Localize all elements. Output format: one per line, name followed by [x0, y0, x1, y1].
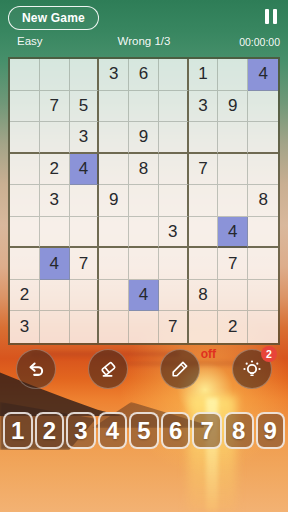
numpad-4[interactable]: 4 [98, 412, 128, 449]
pause-icon[interactable] [265, 9, 277, 24]
cell-r3c4[interactable] [99, 122, 129, 154]
cell-r4c1[interactable] [10, 154, 40, 186]
cell-r3c6[interactable] [159, 122, 189, 154]
cell-r5c4[interactable]: 9 [99, 185, 129, 217]
cell-r6c6[interactable]: 3 [159, 217, 189, 249]
numpad-1[interactable]: 1 [3, 412, 33, 449]
cell-r1c8[interactable] [218, 59, 248, 91]
cell-r3c8[interactable] [218, 122, 248, 154]
cell-r1c2[interactable] [40, 59, 70, 91]
cell-r6c8[interactable]: 4 [218, 217, 248, 249]
numpad-3[interactable]: 3 [66, 412, 96, 449]
cell-r4c9[interactable] [248, 154, 278, 186]
cell-r4c5[interactable]: 8 [129, 154, 159, 186]
cell-r5c8[interactable] [218, 185, 248, 217]
cell-r6c5[interactable] [129, 217, 159, 249]
cell-r7c3[interactable]: 7 [70, 248, 100, 280]
cell-r8c2[interactable] [40, 280, 70, 312]
cell-r5c6[interactable] [159, 185, 189, 217]
cell-r3c5[interactable]: 9 [129, 122, 159, 154]
cell-r1c5[interactable]: 6 [129, 59, 159, 91]
cell-r8c7[interactable]: 8 [189, 280, 219, 312]
status-bar: Easy Wrong 1/3 00:00:00 [0, 35, 288, 51]
cell-r9c4[interactable] [99, 311, 129, 343]
cell-r4c4[interactable] [99, 154, 129, 186]
wrong-counter: Wrong 1/3 [118, 35, 171, 47]
sudoku-app: New Game Easy Wrong 1/3 00:00:00 3614753… [0, 0, 288, 512]
numpad-7[interactable]: 7 [192, 412, 222, 449]
numpad-9[interactable]: 9 [256, 412, 286, 449]
cell-r7c9[interactable] [248, 248, 278, 280]
cell-r5c9[interactable]: 8 [248, 185, 278, 217]
cell-r7c2[interactable]: 4 [40, 248, 70, 280]
cell-r2c2[interactable]: 7 [40, 91, 70, 123]
cell-r9c6[interactable]: 7 [159, 311, 189, 343]
cell-r9c7[interactable] [189, 311, 219, 343]
cell-r3c1[interactable] [10, 122, 40, 154]
cell-r1c9[interactable]: 4 [248, 59, 278, 91]
cell-r8c9[interactable] [248, 280, 278, 312]
new-game-button[interactable]: New Game [8, 6, 99, 30]
cell-r5c5[interactable] [129, 185, 159, 217]
cell-r8c5[interactable]: 4 [129, 280, 159, 312]
cell-r9c1[interactable]: 3 [10, 311, 40, 343]
cell-r6c3[interactable] [70, 217, 100, 249]
cell-r1c6[interactable] [159, 59, 189, 91]
cell-r2c3[interactable]: 5 [70, 91, 100, 123]
cell-r2c5[interactable] [129, 91, 159, 123]
cell-r5c2[interactable]: 3 [40, 185, 70, 217]
cell-r8c6[interactable] [159, 280, 189, 312]
cell-r5c3[interactable] [70, 185, 100, 217]
cell-r2c4[interactable] [99, 91, 129, 123]
cell-r3c9[interactable] [248, 122, 278, 154]
cell-r7c4[interactable] [99, 248, 129, 280]
undo-button[interactable] [16, 349, 56, 389]
hint-icon [240, 357, 264, 381]
cell-r1c3[interactable] [70, 59, 100, 91]
hint-button[interactable]: 2 [232, 349, 272, 389]
cell-r6c7[interactable] [189, 217, 219, 249]
toolbar: off 2 [0, 349, 288, 389]
difficulty-label: Easy [17, 35, 43, 47]
cell-r5c7[interactable] [189, 185, 219, 217]
numpad-5[interactable]: 5 [129, 412, 159, 449]
cell-r9c2[interactable] [40, 311, 70, 343]
pencil-icon [169, 358, 191, 380]
cell-r4c6[interactable] [159, 154, 189, 186]
cell-r9c3[interactable] [70, 311, 100, 343]
cell-r8c1[interactable]: 2 [10, 280, 40, 312]
sudoku-grid: 3614753939248739834477248372 [8, 57, 280, 345]
cell-r6c2[interactable] [40, 217, 70, 249]
cell-r2c1[interactable] [10, 91, 40, 123]
cell-r2c8[interactable]: 9 [218, 91, 248, 123]
cell-r2c6[interactable] [159, 91, 189, 123]
cell-r7c6[interactable] [159, 248, 189, 280]
cell-r3c7[interactable] [189, 122, 219, 154]
numpad-8[interactable]: 8 [224, 412, 254, 449]
cell-r9c5[interactable] [129, 311, 159, 343]
cell-r3c3[interactable]: 3 [70, 122, 100, 154]
cell-r3c2[interactable] [40, 122, 70, 154]
cell-r7c1[interactable] [10, 248, 40, 280]
cell-r2c7[interactable]: 3 [189, 91, 219, 123]
cell-r4c2[interactable]: 2 [40, 154, 70, 186]
hint-count-badge: 2 [261, 346, 277, 362]
cell-r4c7[interactable]: 7 [189, 154, 219, 186]
cell-r4c3[interactable]: 4 [70, 154, 100, 186]
cell-r2c9[interactable] [248, 91, 278, 123]
eraser-icon [97, 358, 119, 380]
pencil-mode-label: off [201, 347, 216, 361]
timer: 00:00:00 [239, 36, 280, 48]
cell-r9c9[interactable] [248, 311, 278, 343]
cell-r1c1[interactable] [10, 59, 40, 91]
cell-r6c4[interactable] [99, 217, 129, 249]
numpad-6[interactable]: 6 [161, 412, 191, 449]
cell-r9c8[interactable]: 2 [218, 311, 248, 343]
cell-r8c8[interactable] [218, 280, 248, 312]
numpad-2[interactable]: 2 [35, 412, 65, 449]
cell-r7c8[interactable]: 7 [218, 248, 248, 280]
cell-r8c4[interactable] [99, 280, 129, 312]
cell-r1c7[interactable]: 1 [189, 59, 219, 91]
eraser-button[interactable] [88, 349, 128, 389]
cell-r6c9[interactable] [248, 217, 278, 249]
cell-r8c3[interactable] [70, 280, 100, 312]
cell-r7c7[interactable] [189, 248, 219, 280]
cell-r5c1[interactable] [10, 185, 40, 217]
cell-r7c5[interactable] [129, 248, 159, 280]
number-pad: 123456789 [0, 412, 288, 449]
cell-r4c8[interactable] [218, 154, 248, 186]
cell-r6c1[interactable] [10, 217, 40, 249]
undo-icon [25, 358, 47, 380]
cell-r1c4[interactable]: 3 [99, 59, 129, 91]
pencil-button[interactable]: off [160, 349, 200, 389]
